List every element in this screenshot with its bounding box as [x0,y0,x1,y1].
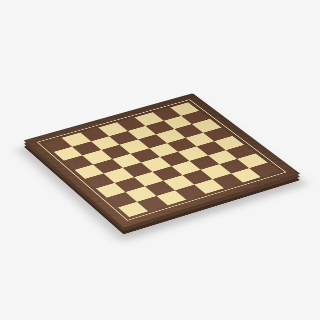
square-g4 [164,175,194,190]
square-f6 [190,155,220,169]
square-f2 [115,177,145,192]
square-h7 [231,168,261,183]
square-d2 [93,159,123,174]
square-h6 [213,173,243,188]
square-g1 [107,192,137,207]
square-h3 [156,190,187,205]
square-h8 [249,162,279,177]
square-e4 [141,157,171,171]
square-d1 [74,164,104,179]
square-e1 [85,173,115,188]
square-h4 [175,184,205,199]
square-h2 [137,196,168,211]
square-e2 [104,168,134,183]
square-e3 [123,162,153,177]
board-frame [23,93,300,228]
square-f1 [96,183,126,198]
square-g2 [126,186,156,201]
scene-background [0,0,320,320]
square-f3 [134,171,164,186]
square-f5 [171,161,201,176]
square-h5 [194,179,224,194]
square-h1 [118,201,149,217]
square-g7 [219,159,249,174]
square-c1 [64,155,93,169]
square-g3 [145,181,175,196]
square-g6 [201,164,231,179]
square-f4 [153,166,183,181]
square-g5 [182,170,212,185]
chess-board [23,93,300,228]
